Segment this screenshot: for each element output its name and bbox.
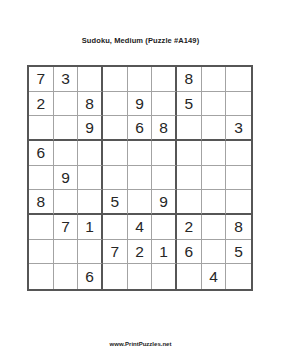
cell-r6c1: 8 (29, 190, 54, 215)
cell-r7c5: 4 (128, 215, 153, 240)
cell-r5c1 (29, 166, 54, 191)
cell-r1c9 (226, 67, 251, 92)
cell-r6c9 (226, 190, 251, 215)
cell-r5c8 (202, 166, 227, 191)
footer-url: www.PrintPuzzles.net (0, 341, 281, 347)
cell-r9c9 (226, 264, 251, 289)
cell-r6c5 (128, 190, 153, 215)
cell-r8c1 (29, 240, 54, 265)
sudoku-board: 7382895968369859714287216564 (27, 65, 253, 291)
cell-r1c6 (152, 67, 177, 92)
cell-r8c6: 1 (152, 240, 177, 265)
cell-r5c6 (152, 166, 177, 191)
cell-r2c4 (103, 92, 128, 117)
cell-r8c8 (202, 240, 227, 265)
cell-r5c3 (78, 166, 103, 191)
cell-r1c3 (78, 67, 103, 92)
cell-r7c4 (103, 215, 128, 240)
cell-r7c9: 8 (226, 215, 251, 240)
cell-r9c3: 6 (78, 264, 103, 289)
cell-r3c1 (29, 116, 54, 141)
cell-r7c1 (29, 215, 54, 240)
cell-r3c4 (103, 116, 128, 141)
cell-r1c5 (128, 67, 153, 92)
cell-r3c6: 8 (152, 116, 177, 141)
cell-r6c2 (54, 190, 79, 215)
cell-r8c3 (78, 240, 103, 265)
cell-r3c2 (54, 116, 79, 141)
cell-r6c6: 9 (152, 190, 177, 215)
cell-r8c9: 5 (226, 240, 251, 265)
cell-r9c7 (177, 264, 202, 289)
cell-r4c3 (78, 141, 103, 166)
cell-r2c5: 9 (128, 92, 153, 117)
cell-r2c9 (226, 92, 251, 117)
cell-r7c8 (202, 215, 227, 240)
cell-r5c7 (177, 166, 202, 191)
cell-r5c5 (128, 166, 153, 191)
cell-r5c9 (226, 166, 251, 191)
cell-r3c9: 3 (226, 116, 251, 141)
puzzle-page: Sudoku, Medium (Puzzle #A149) 7382895968… (0, 0, 281, 363)
cell-r4c9 (226, 141, 251, 166)
cell-r9c4 (103, 264, 128, 289)
cell-r1c8 (202, 67, 227, 92)
cell-r8c4: 7 (103, 240, 128, 265)
cell-r8c2 (54, 240, 79, 265)
cell-r3c3: 9 (78, 116, 103, 141)
cell-r7c7: 2 (177, 215, 202, 240)
cell-r9c6 (152, 264, 177, 289)
cell-r1c1: 7 (29, 67, 54, 92)
cell-r2c2 (54, 92, 79, 117)
cell-r7c3: 1 (78, 215, 103, 240)
cell-r9c1 (29, 264, 54, 289)
cell-r3c7 (177, 116, 202, 141)
cell-r8c5: 2 (128, 240, 153, 265)
cell-r1c7: 8 (177, 67, 202, 92)
cell-r3c8 (202, 116, 227, 141)
cell-r2c8 (202, 92, 227, 117)
cell-r6c3 (78, 190, 103, 215)
cell-r6c8 (202, 190, 227, 215)
cell-r8c7: 6 (177, 240, 202, 265)
cell-r5c2: 9 (54, 166, 79, 191)
cell-r6c4: 5 (103, 190, 128, 215)
cell-r5c4 (103, 166, 128, 191)
cell-r4c4 (103, 141, 128, 166)
cell-r9c2 (54, 264, 79, 289)
cell-r4c8 (202, 141, 227, 166)
cell-r7c6 (152, 215, 177, 240)
cell-r2c1: 2 (29, 92, 54, 117)
cell-r2c3: 8 (78, 92, 103, 117)
cell-r6c7 (177, 190, 202, 215)
cell-r4c2 (54, 141, 79, 166)
cell-r9c8: 4 (202, 264, 227, 289)
cell-r3c5: 6 (128, 116, 153, 141)
cell-r1c2: 3 (54, 67, 79, 92)
cell-r4c6 (152, 141, 177, 166)
cell-r2c7: 5 (177, 92, 202, 117)
cell-r4c7 (177, 141, 202, 166)
cell-r2c6 (152, 92, 177, 117)
cell-r4c5 (128, 141, 153, 166)
cell-r9c5 (128, 264, 153, 289)
puzzle-title: Sudoku, Medium (Puzzle #A149) (0, 36, 281, 45)
cell-r7c2: 7 (54, 215, 79, 240)
cell-r4c1: 6 (29, 141, 54, 166)
cell-r1c4 (103, 67, 128, 92)
